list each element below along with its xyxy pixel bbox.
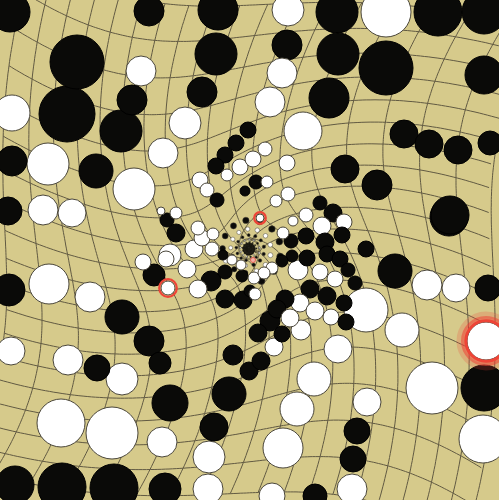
stone-black[interactable] — [338, 314, 354, 330]
stone-black[interactable] — [378, 254, 412, 288]
stone-black[interactable] — [478, 131, 499, 155]
stone-black[interactable] — [218, 265, 232, 279]
stone-black[interactable] — [134, 0, 164, 26]
stone-black[interactable] — [187, 77, 217, 107]
stone-black[interactable] — [105, 300, 139, 334]
stone-black[interactable] — [313, 196, 327, 210]
stone-black[interactable] — [359, 41, 413, 95]
stone-white[interactable] — [191, 221, 205, 235]
stone-black[interactable] — [216, 290, 234, 308]
stone-white[interactable] — [113, 168, 155, 210]
stone-black[interactable] — [358, 241, 374, 257]
stone-white[interactable] — [256, 214, 264, 222]
stone-white[interactable] — [29, 264, 69, 304]
stone-black[interactable] — [344, 418, 370, 444]
stone-white[interactable] — [313, 217, 331, 235]
vortex-stone-white[interactable] — [246, 256, 248, 258]
stone-white[interactable] — [255, 87, 285, 117]
vortex-stone-black[interactable] — [243, 217, 249, 223]
stone-white[interactable] — [147, 427, 177, 457]
stone-white[interactable] — [221, 169, 233, 181]
stone-white[interactable] — [193, 474, 223, 500]
stone-black[interactable] — [362, 170, 392, 200]
vortex-stone-white[interactable] — [263, 234, 268, 239]
stone-black[interactable] — [415, 130, 443, 158]
vortex-stone-black[interactable] — [252, 263, 256, 267]
stone-white[interactable] — [261, 176, 273, 188]
stone-black[interactable] — [274, 326, 290, 342]
stone-white[interactable] — [205, 242, 219, 256]
stone-white[interactable] — [385, 313, 419, 347]
stone-white[interactable] — [284, 112, 322, 150]
stone-white[interactable] — [227, 255, 237, 265]
vortex-stone-black[interactable] — [262, 245, 265, 248]
stone-white[interactable] — [170, 207, 182, 219]
stone-black[interactable] — [331, 155, 359, 183]
stone-black[interactable] — [465, 56, 499, 94]
stone-black[interactable] — [318, 287, 336, 305]
stone-white[interactable] — [281, 309, 299, 327]
stone-black[interactable] — [39, 86, 95, 142]
stone-black[interactable] — [223, 345, 243, 365]
vortex-stone-black[interactable] — [235, 246, 238, 249]
stone-black[interactable] — [152, 385, 188, 421]
vortex-stone-white[interactable] — [237, 230, 241, 234]
stone-white[interactable] — [86, 407, 138, 459]
stone-white[interactable] — [135, 254, 151, 270]
vortex-stone-white[interactable] — [255, 228, 260, 233]
stone-white[interactable] — [189, 280, 207, 298]
stone-white[interactable] — [251, 258, 256, 263]
stone-black[interactable] — [212, 377, 246, 411]
stone-white[interactable] — [106, 363, 138, 395]
stone-white[interactable] — [258, 142, 272, 156]
go-vortex-screenshot — [0, 0, 499, 500]
stone-white[interactable] — [126, 56, 156, 86]
vortex-stone-black[interactable] — [262, 252, 265, 255]
stone-black[interactable] — [340, 446, 366, 472]
stone-white[interactable] — [28, 195, 58, 225]
stone-white[interactable] — [324, 335, 352, 363]
vortex-stone-black[interactable] — [254, 235, 257, 238]
stone-white[interactable] — [37, 399, 85, 447]
stone-black[interactable] — [134, 326, 164, 356]
stone-white[interactable] — [207, 228, 219, 240]
stone-white[interactable] — [178, 260, 196, 278]
stone-white[interactable] — [157, 207, 165, 215]
vortex-stone-black[interactable] — [259, 239, 262, 242]
stone-white[interactable] — [249, 288, 261, 300]
stone-white[interactable] — [353, 388, 381, 416]
stone-black[interactable] — [117, 85, 147, 115]
vortex-stone-white[interactable] — [268, 242, 273, 247]
stone-white[interactable] — [280, 392, 314, 426]
stone-white[interactable] — [406, 362, 458, 414]
stone-white[interactable] — [0, 95, 30, 131]
stone-black[interactable] — [341, 263, 355, 277]
stone-white[interactable] — [158, 251, 174, 267]
stone-black[interactable] — [390, 120, 418, 148]
stone-white[interactable] — [193, 441, 225, 473]
stone-white[interactable] — [267, 58, 297, 88]
stone-black[interactable] — [317, 33, 359, 75]
stone-black[interactable] — [0, 146, 27, 176]
vortex-stone-black[interactable] — [255, 251, 257, 253]
stone-black[interactable] — [240, 122, 256, 138]
stone-white[interactable] — [288, 216, 298, 226]
stone-black[interactable] — [272, 30, 302, 60]
stone-white[interactable] — [270, 195, 282, 207]
vortex-stone-white[interactable] — [253, 254, 255, 256]
stone-black[interactable] — [100, 110, 142, 152]
stone-black[interactable] — [309, 78, 349, 118]
vortex-stone-white[interactable] — [229, 246, 233, 250]
stone-white[interactable] — [327, 271, 343, 287]
stone-white[interactable] — [277, 227, 289, 239]
stone-black[interactable] — [444, 136, 472, 164]
go-board-vortex[interactable] — [0, 0, 499, 500]
vortex-stone-white[interactable] — [231, 237, 235, 241]
stone-white[interactable] — [263, 428, 303, 468]
stone-white[interactable] — [297, 362, 331, 396]
vortex-stone-black[interactable] — [269, 226, 276, 233]
stone-white[interactable] — [312, 264, 328, 280]
stone-white[interactable] — [245, 151, 261, 167]
vortex-stone-black[interactable] — [250, 256, 252, 258]
stone-white[interactable] — [0, 337, 25, 365]
stone-white[interactable] — [53, 345, 83, 375]
stone-black[interactable] — [298, 228, 314, 244]
vortex-stone-white[interactable] — [246, 227, 250, 231]
vortex-stone-black[interactable] — [230, 223, 236, 229]
stone-white[interactable] — [442, 274, 470, 302]
vortex-stone-black[interactable] — [222, 233, 228, 239]
stone-white[interactable] — [27, 143, 69, 185]
stone-black[interactable] — [149, 473, 181, 500]
stone-black[interactable] — [195, 33, 237, 75]
stone-white[interactable] — [299, 208, 313, 222]
stone-black[interactable] — [299, 250, 315, 266]
vortex-stone-black[interactable] — [237, 240, 240, 243]
vortex-stone-black[interactable] — [241, 236, 244, 239]
stone-black[interactable] — [218, 250, 228, 260]
stone-white[interactable] — [272, 0, 304, 26]
stone-white[interactable] — [258, 267, 270, 279]
stone-white[interactable] — [281, 187, 295, 201]
stone-black[interactable] — [79, 154, 113, 188]
vortex-core — [243, 243, 256, 256]
stone-white[interactable] — [148, 138, 178, 168]
stone-black[interactable] — [84, 355, 110, 381]
stone-black[interactable] — [210, 193, 224, 207]
stone-white[interactable] — [412, 270, 442, 300]
stone-white[interactable] — [279, 155, 295, 171]
vortex-stone-white[interactable] — [268, 253, 273, 258]
stone-white[interactable] — [337, 474, 367, 500]
stone-black[interactable] — [249, 324, 267, 342]
stone-black[interactable] — [431, 196, 469, 234]
stone-black[interactable] — [348, 276, 362, 290]
stone-white[interactable] — [58, 199, 86, 227]
stone-white[interactable] — [306, 302, 324, 320]
vortex-stone-black[interactable] — [258, 259, 262, 263]
stone-black[interactable] — [475, 275, 499, 301]
stone-black[interactable] — [50, 35, 104, 89]
vortex-stone-black[interactable] — [236, 252, 239, 255]
stone-black[interactable] — [336, 295, 352, 311]
stone-black[interactable] — [252, 352, 270, 370]
stone-black[interactable] — [200, 413, 228, 441]
stone-white[interactable] — [169, 107, 201, 139]
stone-black[interactable] — [334, 227, 350, 243]
stone-black[interactable] — [236, 270, 248, 282]
stone-white[interactable] — [236, 260, 246, 270]
vortex-stone-black[interactable] — [247, 234, 250, 237]
stone-black[interactable] — [149, 352, 171, 374]
stone-white[interactable] — [323, 309, 339, 325]
vortex-stone-black[interactable] — [255, 248, 257, 250]
stone-black[interactable] — [240, 186, 250, 196]
stone-white[interactable] — [75, 282, 105, 312]
stone-white[interactable] — [161, 281, 175, 295]
